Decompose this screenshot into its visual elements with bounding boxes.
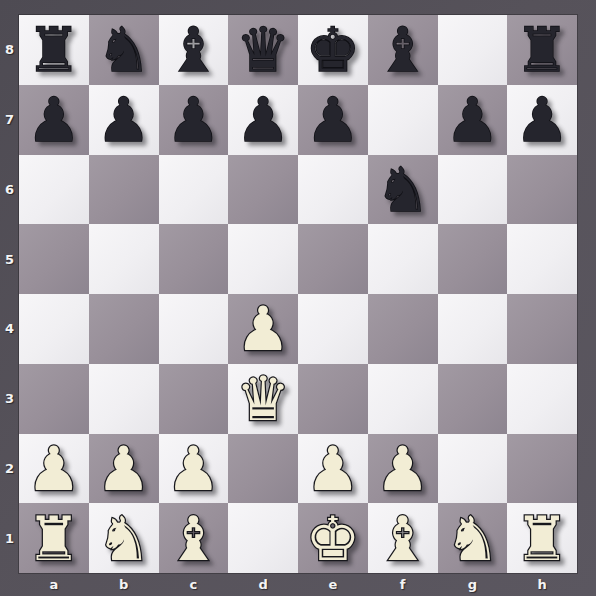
piece-black-pawn[interactable]: ♟ [236,89,291,150]
piece-black-rook[interactable]: ♜ [515,19,570,80]
square-b7[interactable]: ♟ [89,85,159,155]
piece-white-knight[interactable]: ♞ [445,508,500,569]
square-g4[interactable] [438,294,508,364]
square-c3[interactable] [159,364,229,434]
square-e5[interactable] [298,224,368,294]
square-f3[interactable] [368,364,438,434]
piece-black-rook[interactable]: ♜ [27,19,82,80]
square-c2[interactable]: ♟ [159,434,229,504]
square-e4[interactable] [298,294,368,364]
square-b5[interactable] [89,224,159,294]
piece-white-rook[interactable]: ♜ [27,508,82,569]
piece-white-pawn[interactable]: ♟ [306,438,361,499]
piece-black-bishop[interactable]: ♝ [375,19,430,80]
square-e3[interactable] [298,364,368,434]
square-c4[interactable] [159,294,229,364]
file-label-c: c [159,573,229,596]
piece-black-pawn[interactable]: ♟ [27,89,82,150]
square-h1[interactable]: ♜ [507,503,577,573]
square-a2[interactable]: ♟ [19,434,89,504]
square-g5[interactable] [438,224,508,294]
piece-white-rook[interactable]: ♜ [515,508,570,569]
rank-labels: 87654321 [0,15,19,573]
rank-label-3: 3 [0,364,19,434]
square-f6[interactable]: ♞ [368,155,438,225]
piece-black-pawn[interactable]: ♟ [445,89,500,150]
square-d7[interactable]: ♟ [228,85,298,155]
square-g7[interactable]: ♟ [438,85,508,155]
square-a8[interactable]: ♜ [19,15,89,85]
square-e2[interactable]: ♟ [298,434,368,504]
square-c7[interactable]: ♟ [159,85,229,155]
file-label-d: d [228,573,298,596]
square-g8[interactable] [438,15,508,85]
square-f7[interactable] [368,85,438,155]
square-a1[interactable]: ♜ [19,503,89,573]
square-h7[interactable]: ♟ [507,85,577,155]
file-label-g: g [438,573,508,596]
file-label-f: f [368,573,438,596]
file-labels: abcdefgh [19,573,577,596]
square-f8[interactable]: ♝ [368,15,438,85]
piece-black-pawn[interactable]: ♟ [96,89,151,150]
piece-white-pawn[interactable]: ♟ [166,438,221,499]
piece-white-bishop[interactable]: ♝ [375,508,430,569]
piece-black-pawn[interactable]: ♟ [306,89,361,150]
square-b4[interactable] [89,294,159,364]
square-d2[interactable] [228,434,298,504]
piece-black-pawn[interactable]: ♟ [515,89,570,150]
rank-label-1: 1 [0,503,19,573]
piece-white-king[interactable]: ♚ [306,508,361,569]
piece-white-pawn[interactable]: ♟ [96,438,151,499]
file-label-b: b [89,573,159,596]
square-a4[interactable] [19,294,89,364]
square-a3[interactable] [19,364,89,434]
square-e6[interactable] [298,155,368,225]
square-b3[interactable] [89,364,159,434]
square-h4[interactable] [507,294,577,364]
square-a6[interactable] [19,155,89,225]
square-b6[interactable] [89,155,159,225]
piece-black-knight[interactable]: ♞ [96,19,151,80]
square-e7[interactable]: ♟ [298,85,368,155]
rank-label-8: 8 [0,15,19,85]
rank-label-6: 6 [0,155,19,225]
square-b2[interactable]: ♟ [89,434,159,504]
square-f4[interactable] [368,294,438,364]
square-h3[interactable] [507,364,577,434]
board: ♜♞♝♛♚♝♜♟♟♟♟♟♟♟♞♟♛♟♟♟♟♟♜♞♝♚♝♞♜ [19,15,577,573]
rank-label-7: 7 [0,85,19,155]
square-c6[interactable] [159,155,229,225]
piece-white-bishop[interactable]: ♝ [166,508,221,569]
square-d4[interactable]: ♟ [228,294,298,364]
square-c5[interactable] [159,224,229,294]
square-g6[interactable] [438,155,508,225]
square-d3[interactable]: ♛ [228,364,298,434]
square-c8[interactable]: ♝ [159,15,229,85]
square-b8[interactable]: ♞ [89,15,159,85]
square-g3[interactable] [438,364,508,434]
rank-label-5: 5 [0,224,19,294]
piece-white-pawn[interactable]: ♟ [375,438,430,499]
piece-white-queen[interactable]: ♛ [236,368,291,429]
piece-white-pawn[interactable]: ♟ [27,438,82,499]
square-d5[interactable] [228,224,298,294]
square-c1[interactable]: ♝ [159,503,229,573]
square-f5[interactable] [368,224,438,294]
square-e8[interactable]: ♚ [298,15,368,85]
square-b1[interactable]: ♞ [89,503,159,573]
square-g1[interactable]: ♞ [438,503,508,573]
file-label-e: e [298,573,368,596]
file-label-a: a [19,573,89,596]
square-g2[interactable] [438,434,508,504]
piece-black-knight[interactable]: ♞ [375,159,430,220]
square-a5[interactable] [19,224,89,294]
square-f2[interactable]: ♟ [368,434,438,504]
square-d8[interactable]: ♛ [228,15,298,85]
rank-label-4: 4 [0,294,19,364]
square-h6[interactable] [507,155,577,225]
square-h2[interactable] [507,434,577,504]
piece-white-knight[interactable]: ♞ [96,508,151,569]
square-d1[interactable] [228,503,298,573]
piece-black-queen[interactable]: ♛ [236,19,291,80]
square-e1[interactable]: ♚ [298,503,368,573]
file-label-h: h [507,573,577,596]
square-h8[interactable]: ♜ [507,15,577,85]
square-a7[interactable]: ♟ [19,85,89,155]
square-f1[interactable]: ♝ [368,503,438,573]
rank-label-2: 2 [0,434,19,504]
piece-black-bishop[interactable]: ♝ [166,19,221,80]
piece-white-pawn[interactable]: ♟ [236,298,291,359]
chessboard-frame: 87654321 ♜♞♝♛♚♝♜♟♟♟♟♟♟♟♞♟♛♟♟♟♟♟♜♞♝♚♝♞♜ a… [0,0,596,596]
piece-black-pawn[interactable]: ♟ [166,89,221,150]
square-h5[interactable] [507,224,577,294]
square-d6[interactable] [228,155,298,225]
piece-black-king[interactable]: ♚ [306,19,361,80]
